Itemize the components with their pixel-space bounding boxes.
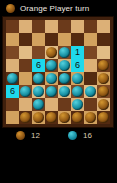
orange-piece[interactable] bbox=[98, 86, 109, 97]
board-cell-r2c6[interactable] bbox=[84, 46, 97, 59]
board-cell-r6c2[interactable] bbox=[32, 98, 45, 111]
board-cell-r3c1[interactable] bbox=[19, 59, 32, 72]
orange-piece[interactable] bbox=[85, 112, 96, 123]
orange-player-icon bbox=[6, 4, 15, 13]
orange-piece[interactable] bbox=[59, 112, 70, 123]
board-cell-r5c7[interactable] bbox=[97, 85, 110, 98]
board-cell-r2c7[interactable] bbox=[97, 46, 110, 59]
board-cell-r5c5[interactable] bbox=[71, 85, 84, 98]
orange-piece[interactable] bbox=[98, 99, 109, 110]
board-cell-r2c1[interactable] bbox=[19, 46, 32, 59]
board-cell-r4c0[interactable] bbox=[6, 72, 19, 85]
teal-piece[interactable] bbox=[85, 86, 96, 97]
orange-counter: 12 bbox=[16, 131, 40, 140]
board-cell-r1c5[interactable] bbox=[71, 33, 84, 46]
board-cell-r7c2[interactable] bbox=[32, 111, 45, 124]
highlighted-move-square-r3c5[interactable]: 6 bbox=[71, 59, 84, 72]
teal-piece[interactable] bbox=[72, 73, 83, 84]
board-cell-r1c1[interactable] bbox=[19, 33, 32, 46]
board-cell-r4c1[interactable] bbox=[19, 72, 32, 85]
teal-piece[interactable] bbox=[72, 86, 83, 97]
teal-piece[interactable] bbox=[20, 86, 31, 97]
highlighted-move-square-r2c5[interactable]: 1 bbox=[71, 46, 84, 59]
teal-piece[interactable] bbox=[7, 73, 18, 84]
board-cell-r0c1[interactable] bbox=[19, 20, 32, 33]
board-cell-r5c1[interactable] bbox=[19, 85, 32, 98]
board-cell-r2c2[interactable] bbox=[32, 46, 45, 59]
teal-counter: 16 bbox=[68, 131, 92, 140]
board-cell-r6c3[interactable] bbox=[45, 98, 58, 111]
board-cell-r0c3[interactable] bbox=[45, 20, 58, 33]
capture-count-label: 6 bbox=[10, 87, 15, 96]
teal-piece[interactable] bbox=[59, 86, 70, 97]
board-cell-r5c6[interactable] bbox=[84, 85, 97, 98]
capture-count-label: 6 bbox=[36, 61, 41, 70]
capture-count-label: 1 bbox=[75, 48, 80, 57]
board-cell-r4c2[interactable] bbox=[32, 72, 45, 85]
orange-piece[interactable] bbox=[72, 112, 83, 123]
board-cell-r1c0[interactable] bbox=[6, 33, 19, 46]
board-cell-r3c7[interactable] bbox=[97, 59, 110, 72]
orange-piece[interactable] bbox=[33, 112, 44, 123]
game-board: 1666 bbox=[6, 20, 110, 124]
orange-piece[interactable] bbox=[98, 73, 109, 84]
board-cell-r6c5[interactable] bbox=[71, 98, 84, 111]
teal-piece[interactable] bbox=[46, 73, 57, 84]
board-cell-r7c5[interactable] bbox=[71, 111, 84, 124]
teal-piece[interactable] bbox=[33, 86, 44, 97]
board-cell-r7c4[interactable] bbox=[58, 111, 71, 124]
teal-piece[interactable] bbox=[33, 99, 44, 110]
teal-piece-icon bbox=[68, 131, 77, 140]
board-cell-r0c0[interactable] bbox=[6, 20, 19, 33]
board-cell-r1c4[interactable] bbox=[58, 33, 71, 46]
board-cell-r6c4[interactable] bbox=[58, 98, 71, 111]
teal-count-label: 16 bbox=[83, 131, 92, 140]
board-cell-r3c3[interactable] bbox=[45, 59, 58, 72]
board-cell-r3c4[interactable] bbox=[58, 59, 71, 72]
board-cell-r7c7[interactable] bbox=[97, 111, 110, 124]
orange-piece[interactable] bbox=[20, 112, 31, 123]
turn-banner: Orange Player turn bbox=[0, 0, 117, 15]
board-cell-r1c2[interactable] bbox=[32, 33, 45, 46]
board-cell-r2c0[interactable] bbox=[6, 46, 19, 59]
teal-piece[interactable] bbox=[59, 73, 70, 84]
board-cell-r4c3[interactable] bbox=[45, 72, 58, 85]
board-frame: 1666 bbox=[3, 17, 113, 127]
board-cell-r4c6[interactable] bbox=[84, 72, 97, 85]
capture-count-label: 6 bbox=[75, 61, 80, 70]
board-cell-r0c4[interactable] bbox=[58, 20, 71, 33]
board-cell-r5c4[interactable] bbox=[58, 85, 71, 98]
board-cell-r4c5[interactable] bbox=[71, 72, 84, 85]
teal-piece[interactable] bbox=[72, 99, 83, 110]
orange-piece[interactable] bbox=[98, 60, 109, 71]
orange-count-label: 12 bbox=[31, 131, 40, 140]
board-cell-r7c3[interactable] bbox=[45, 111, 58, 124]
board-cell-r0c5[interactable] bbox=[71, 20, 84, 33]
board-cell-r7c0[interactable] bbox=[6, 111, 19, 124]
orange-piece-icon bbox=[16, 131, 25, 140]
board-cell-r2c3[interactable] bbox=[45, 46, 58, 59]
board-cell-r2c4[interactable] bbox=[58, 46, 71, 59]
board-cell-r7c1[interactable] bbox=[19, 111, 32, 124]
board-cell-r0c6[interactable] bbox=[84, 20, 97, 33]
score-bar: 12 16 bbox=[0, 129, 117, 143]
teal-piece[interactable] bbox=[59, 47, 70, 58]
board-cell-r4c4[interactable] bbox=[58, 72, 71, 85]
teal-piece[interactable] bbox=[46, 86, 57, 97]
board-cell-r5c3[interactable] bbox=[45, 85, 58, 98]
orange-piece[interactable] bbox=[46, 112, 57, 123]
board-cell-r7c6[interactable] bbox=[84, 111, 97, 124]
highlighted-move-square-r5c0[interactable]: 6 bbox=[6, 85, 19, 98]
board-cell-r0c7[interactable] bbox=[97, 20, 110, 33]
board-cell-r1c6[interactable] bbox=[84, 33, 97, 46]
board-cell-r1c3[interactable] bbox=[45, 33, 58, 46]
board-cell-r6c0[interactable] bbox=[6, 98, 19, 111]
highlighted-move-square-r3c2[interactable]: 6 bbox=[32, 59, 45, 72]
board-cell-r6c7[interactable] bbox=[97, 98, 110, 111]
teal-piece[interactable] bbox=[59, 60, 70, 71]
board-cell-r4c7[interactable] bbox=[97, 72, 110, 85]
board-cell-r5c2[interactable] bbox=[32, 85, 45, 98]
turn-label: Orange Player turn bbox=[20, 4, 89, 13]
board-cell-r3c0[interactable] bbox=[6, 59, 19, 72]
teal-piece[interactable] bbox=[46, 60, 57, 71]
board-cell-r6c1[interactable] bbox=[19, 98, 32, 111]
orange-piece[interactable] bbox=[98, 112, 109, 123]
board-cell-r3c6[interactable] bbox=[84, 59, 97, 72]
board-cell-r6c6[interactable] bbox=[84, 98, 97, 111]
board-cell-r0c2[interactable] bbox=[32, 20, 45, 33]
teal-piece[interactable] bbox=[33, 73, 44, 84]
board-cell-r1c7[interactable] bbox=[97, 33, 110, 46]
orange-piece[interactable] bbox=[46, 47, 57, 58]
